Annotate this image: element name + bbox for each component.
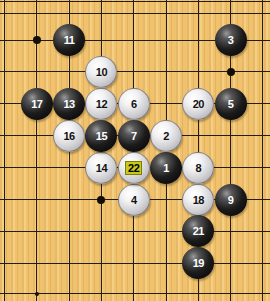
stone-number: 4	[131, 194, 137, 206]
stone-number: 19	[193, 257, 204, 269]
stone-4-white: 4	[118, 184, 150, 216]
stone-number: 14	[96, 162, 107, 174]
stone-11-black: 11	[53, 24, 85, 56]
star-point	[227, 68, 235, 76]
stone-5-black: 5	[215, 88, 247, 120]
stone-10-white: 10	[85, 56, 117, 88]
stone-number: 5	[228, 98, 234, 110]
stone-12-white: 12	[85, 88, 117, 120]
stone-21-black: 21	[182, 215, 214, 247]
stone-number: 13	[63, 98, 74, 110]
grid-line-vertical-1	[4, 0, 5, 301]
stone-number: 11	[64, 34, 75, 46]
stone-number: 3	[228, 34, 234, 46]
stone-18-white: 18	[182, 184, 214, 216]
stone-2-white: 2	[150, 120, 182, 152]
stone-1-black: 1	[150, 152, 182, 184]
go-board[interactable]: 12345678910111213141516171819202122	[0, 0, 270, 301]
stone-number: 9	[228, 194, 234, 206]
stone-20-white: 20	[182, 88, 214, 120]
last-move-highlight: 22	[125, 161, 142, 175]
grid-line-vertical-2	[36, 0, 37, 301]
stone-number: 15	[96, 130, 107, 142]
stone-7-black: 7	[118, 120, 150, 152]
stone-number: 12	[96, 98, 107, 110]
stone-number: 18	[193, 194, 204, 206]
stone-number: 16	[63, 130, 74, 142]
stone-17-black: 17	[21, 88, 53, 120]
stone-number: 1	[163, 162, 169, 174]
stone-number: 8	[195, 162, 201, 174]
stone-3-black: 3	[215, 24, 247, 56]
stone-number: 20	[193, 98, 204, 110]
stone-13-black: 13	[53, 88, 85, 120]
stone-number: 17	[31, 98, 42, 110]
stone-19-black: 19	[182, 247, 214, 279]
stone-number: 6	[131, 98, 137, 110]
stone-22-white: 22	[118, 152, 150, 184]
grid-line-vertical-9	[262, 0, 263, 301]
stone-number: 10	[96, 66, 107, 78]
stone-number: 7	[131, 130, 137, 142]
stone-14-white: 14	[85, 152, 117, 184]
stone-8-white: 8	[182, 152, 214, 184]
star-point	[33, 36, 41, 44]
stone-number: 2	[163, 130, 169, 142]
stone-15-black: 15	[85, 120, 117, 152]
star-point	[97, 196, 105, 204]
stone-16-white: 16	[53, 120, 85, 152]
stone-number: 21	[193, 225, 204, 237]
stone-6-white: 6	[118, 88, 150, 120]
star-point	[35, 292, 39, 296]
stone-9-black: 9	[215, 184, 247, 216]
